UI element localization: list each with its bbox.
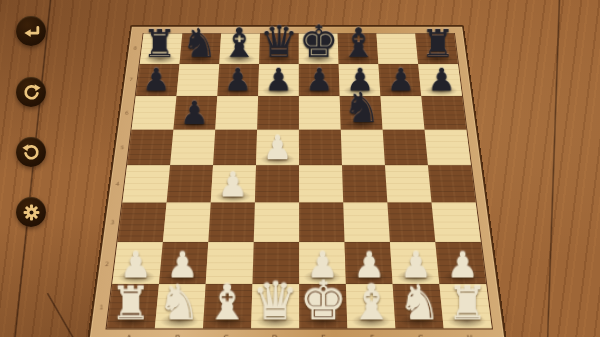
square-d1[interactable]: ♛ (251, 284, 299, 328)
settings-button[interactable] (16, 197, 46, 227)
square-a1[interactable]: ♜ (107, 284, 159, 328)
piece-black-pawn[interactable]: ♟ (173, 97, 215, 129)
square-e4[interactable] (299, 165, 343, 202)
undo-button[interactable] (16, 137, 46, 167)
square-e1[interactable]: ♚ (299, 284, 347, 328)
wood-seam (546, 0, 562, 337)
square-h1[interactable]: ♜ (439, 284, 491, 328)
square-h8[interactable]: ♜ (415, 34, 458, 64)
square-g5[interactable] (383, 130, 428, 165)
square-e7[interactable]: ♟ (299, 64, 340, 96)
square-f5[interactable] (341, 130, 385, 165)
square-d6[interactable] (257, 96, 299, 130)
gear-icon (22, 203, 41, 222)
chess-app-screen: 87654321 ♜♞♝♛♚♝♜♟♟♟♟♟♟♟♟♞♟♟♟♟♟♟♟♟♜♞♝♛♚♝♞… (0, 0, 600, 337)
square-g1[interactable]: ♞ (393, 284, 444, 328)
square-d5[interactable]: ♟ (256, 130, 299, 165)
square-g4[interactable] (385, 165, 432, 202)
back-arrow-icon (22, 22, 41, 41)
piece-white-queen[interactable]: ♛ (251, 275, 299, 328)
rank-label-6: 6 (119, 96, 135, 130)
square-f3[interactable] (343, 203, 390, 243)
square-h6[interactable] (421, 96, 466, 130)
board-frame: 87654321 ♜♞♝♛♚♝♜♟♟♟♟♟♟♟♟♞♟♟♟♟♟♟♟♟♜♞♝♛♚♝♞… (87, 25, 507, 337)
square-d4[interactable] (255, 165, 299, 202)
redo-button[interactable] (16, 77, 46, 107)
piece-white-bishop[interactable]: ♝ (347, 278, 395, 327)
square-a4[interactable] (122, 165, 170, 202)
square-b6[interactable]: ♟ (173, 96, 217, 130)
piece-white-rook[interactable]: ♜ (107, 281, 155, 327)
piece-white-bishop[interactable]: ♝ (203, 278, 251, 327)
piece-black-pawn[interactable]: ♟ (136, 64, 177, 95)
piece-black-pawn[interactable]: ♟ (299, 64, 340, 95)
square-h3[interactable] (432, 203, 481, 243)
piece-white-knight[interactable]: ♞ (395, 279, 443, 327)
piece-black-bishop[interactable]: ♝ (219, 23, 259, 64)
square-g6[interactable] (380, 96, 424, 130)
file-label-f: F (348, 333, 397, 337)
undo-curved-arrow-icon (22, 143, 41, 162)
square-f8[interactable]: ♝ (338, 34, 379, 64)
square-a7[interactable]: ♟ (136, 64, 180, 96)
piece-black-pawn[interactable]: ♟ (217, 64, 258, 95)
sidebar (0, 0, 62, 337)
square-b1[interactable]: ♞ (155, 284, 206, 328)
square-g8[interactable] (376, 34, 418, 64)
redo-circular-arrow-icon (22, 83, 41, 102)
square-d8[interactable]: ♛ (259, 34, 299, 64)
piece-white-king[interactable]: ♚ (299, 274, 347, 328)
square-f1[interactable]: ♝ (346, 284, 396, 328)
file-label-d: D (250, 333, 299, 337)
piece-black-pawn[interactable]: ♟ (258, 64, 299, 95)
square-c6[interactable] (215, 96, 258, 130)
square-b4[interactable] (167, 165, 213, 202)
piece-black-queen[interactable]: ♛ (259, 20, 299, 63)
square-h5[interactable] (425, 130, 471, 165)
file-label-b: B (153, 333, 202, 337)
piece-white-knight[interactable]: ♞ (155, 279, 203, 327)
square-g7[interactable]: ♟ (378, 64, 421, 96)
square-f4[interactable] (342, 165, 387, 202)
square-d3[interactable] (254, 203, 299, 243)
square-c1[interactable]: ♝ (203, 284, 252, 328)
square-g3[interactable] (387, 203, 435, 243)
square-a6[interactable] (132, 96, 177, 130)
file-label-a: A (104, 333, 154, 337)
square-e8[interactable]: ♚ (299, 34, 339, 64)
piece-black-king[interactable]: ♚ (299, 19, 339, 63)
file-label-c: C (202, 333, 251, 337)
piece-black-rook[interactable]: ♜ (140, 25, 180, 63)
piece-white-pawn[interactable]: ♟ (256, 131, 299, 164)
piece-black-rook[interactable]: ♜ (418, 25, 458, 63)
back-button[interactable] (16, 16, 46, 46)
square-c5[interactable] (213, 130, 257, 165)
square-a5[interactable] (127, 130, 173, 165)
square-h7[interactable]: ♟ (418, 64, 462, 96)
square-c3[interactable] (208, 203, 255, 243)
square-e3[interactable] (299, 203, 344, 243)
square-h4[interactable] (428, 165, 476, 202)
piece-black-knight[interactable]: ♞ (180, 24, 220, 64)
chess-board-grid: ♜♞♝♛♚♝♜♟♟♟♟♟♟♟♟♞♟♟♟♟♟♟♟♟♜♞♝♛♚♝♞♜ (105, 33, 493, 330)
square-b8[interactable]: ♞ (180, 34, 222, 64)
piece-black-pawn[interactable]: ♟ (421, 64, 462, 95)
piece-white-rook[interactable]: ♜ (444, 281, 492, 327)
chess-board-3d: 87654321 ♜♞♝♛♚♝♜♟♟♟♟♟♟♟♟♞♟♟♟♟♟♟♟♟♜♞♝♛♚♝♞… (87, 25, 507, 337)
file-label-g: G (396, 333, 445, 337)
square-d7[interactable]: ♟ (258, 64, 299, 96)
square-a8[interactable]: ♜ (140, 34, 183, 64)
square-f6[interactable]: ♞ (340, 96, 383, 130)
piece-black-bishop[interactable]: ♝ (339, 23, 379, 64)
square-a3[interactable] (117, 203, 166, 243)
file-label-h: H (445, 333, 495, 337)
square-b7[interactable] (177, 64, 220, 96)
piece-white-pawn[interactable]: ♟ (211, 168, 255, 202)
square-b5[interactable] (170, 130, 215, 165)
square-e5[interactable] (299, 130, 342, 165)
square-b3[interactable] (163, 203, 211, 243)
square-c7[interactable]: ♟ (217, 64, 259, 96)
square-e6[interactable] (299, 96, 341, 130)
square-c8[interactable]: ♝ (219, 34, 260, 64)
piece-black-knight[interactable]: ♞ (341, 87, 383, 129)
piece-black-pawn[interactable]: ♟ (380, 64, 421, 95)
file-label-e: E (299, 333, 348, 337)
file-labels: ABCDEFGH (103, 329, 495, 337)
square-c4[interactable]: ♟ (211, 165, 256, 202)
